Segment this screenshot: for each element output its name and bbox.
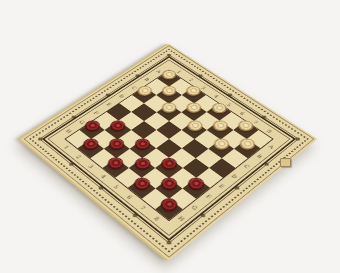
board-clasp xyxy=(280,158,291,167)
diamond-motif-icon xyxy=(199,75,203,77)
diamond-motif-icon xyxy=(228,94,232,97)
red-piece xyxy=(133,137,152,151)
diamond-motif-icon xyxy=(262,116,266,119)
red-piece xyxy=(159,197,179,212)
red-piece xyxy=(133,157,152,171)
board-shadow: 12345678 12345678 ABCDEFGH ABCDEFGH xyxy=(0,0,340,273)
wooden-board: 12345678 12345678 ABCDEFGH ABCDEFGH xyxy=(21,44,318,261)
diamond-motif-icon xyxy=(167,54,171,56)
scene: 12345678 12345678 ABCDEFGH ABCDEFGH xyxy=(0,0,340,273)
diamond-motif-icon xyxy=(135,75,139,77)
diamond-motif-icon xyxy=(72,116,76,119)
red-piece xyxy=(159,157,178,171)
diamond-motif-icon xyxy=(106,94,110,97)
